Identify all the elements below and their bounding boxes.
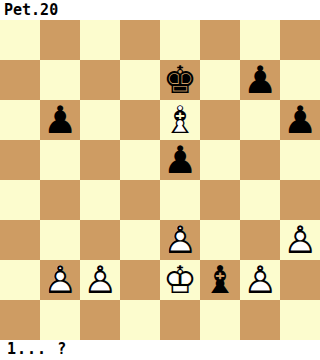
- square-e6[interactable]: ♝♗: [160, 100, 200, 140]
- square-c4[interactable]: [80, 180, 120, 220]
- square-b1[interactable]: [40, 300, 80, 340]
- square-f2[interactable]: ♝: [200, 260, 240, 300]
- black-pawn-h6[interactable]: ♟: [280, 100, 320, 140]
- square-h3[interactable]: ♟♙: [280, 220, 320, 260]
- piece-glyph: ♟: [280, 100, 320, 140]
- square-a4[interactable]: [0, 180, 40, 220]
- piece-glyph: ♝: [200, 260, 240, 300]
- square-f8[interactable]: [200, 20, 240, 60]
- square-g6[interactable]: [240, 100, 280, 140]
- black-bishop-f2[interactable]: ♝: [200, 260, 240, 300]
- square-g3[interactable]: [240, 220, 280, 260]
- square-c8[interactable]: [80, 20, 120, 60]
- square-d2[interactable]: [120, 260, 160, 300]
- black-pawn-e5[interactable]: ♟: [160, 140, 200, 180]
- chess-board: ♚♟♟♝♗♟♟♟♙♟♙♟♙♟♙♚♔♝♟♙: [0, 20, 320, 340]
- square-c2[interactable]: ♟♙: [80, 260, 120, 300]
- piece-outline-layer: ♙: [80, 260, 120, 300]
- square-a3[interactable]: [0, 220, 40, 260]
- chess-diagram: Pet.20 ♚♟♟♝♗♟♟♟♙♟♙♟♙♟♙♚♔♝♟♙ 1... ?: [0, 0, 320, 360]
- square-a8[interactable]: [0, 20, 40, 60]
- square-b8[interactable]: [40, 20, 80, 60]
- square-e1[interactable]: [160, 300, 200, 340]
- square-a7[interactable]: [0, 60, 40, 100]
- piece-outline-layer: ♙: [240, 260, 280, 300]
- black-pawn-g7[interactable]: ♟: [240, 60, 280, 100]
- square-h6[interactable]: ♟: [280, 100, 320, 140]
- square-a2[interactable]: [0, 260, 40, 300]
- square-e2[interactable]: ♚♔: [160, 260, 200, 300]
- square-e3[interactable]: ♟♙: [160, 220, 200, 260]
- square-d3[interactable]: [120, 220, 160, 260]
- square-h8[interactable]: [280, 20, 320, 60]
- square-f1[interactable]: [200, 300, 240, 340]
- square-e8[interactable]: [160, 20, 200, 60]
- square-g7[interactable]: ♟: [240, 60, 280, 100]
- square-c5[interactable]: [80, 140, 120, 180]
- black-king-e7[interactable]: ♚: [160, 60, 200, 100]
- square-g4[interactable]: [240, 180, 280, 220]
- square-h4[interactable]: [280, 180, 320, 220]
- square-h2[interactable]: [280, 260, 320, 300]
- square-b3[interactable]: [40, 220, 80, 260]
- square-e4[interactable]: [160, 180, 200, 220]
- square-d6[interactable]: [120, 100, 160, 140]
- black-pawn-b6[interactable]: ♟: [40, 100, 80, 140]
- square-f3[interactable]: [200, 220, 240, 260]
- square-d4[interactable]: [120, 180, 160, 220]
- square-e5[interactable]: ♟: [160, 140, 200, 180]
- square-h5[interactable]: [280, 140, 320, 180]
- square-c7[interactable]: [80, 60, 120, 100]
- piece-outline-layer: ♗: [160, 100, 200, 140]
- piece-glyph: ♚: [160, 60, 200, 100]
- square-g5[interactable]: [240, 140, 280, 180]
- piece-glyph: ♟: [40, 100, 80, 140]
- square-h7[interactable]: [280, 60, 320, 100]
- white-pawn-e3[interactable]: ♟♙: [160, 220, 200, 260]
- piece-outline-layer: ♙: [280, 220, 320, 260]
- square-f7[interactable]: [200, 60, 240, 100]
- square-b2[interactable]: ♟♙: [40, 260, 80, 300]
- square-b7[interactable]: [40, 60, 80, 100]
- white-pawn-h3[interactable]: ♟♙: [280, 220, 320, 260]
- square-f4[interactable]: [200, 180, 240, 220]
- square-c6[interactable]: [80, 100, 120, 140]
- square-d1[interactable]: [120, 300, 160, 340]
- square-b4[interactable]: [40, 180, 80, 220]
- square-f5[interactable]: [200, 140, 240, 180]
- square-g1[interactable]: [240, 300, 280, 340]
- move-prompt: 1... ?: [0, 340, 320, 360]
- square-a6[interactable]: [0, 100, 40, 140]
- square-g8[interactable]: [240, 20, 280, 60]
- square-a1[interactable]: [0, 300, 40, 340]
- square-d5[interactable]: [120, 140, 160, 180]
- square-e7[interactable]: ♚: [160, 60, 200, 100]
- square-c3[interactable]: [80, 220, 120, 260]
- square-b6[interactable]: ♟: [40, 100, 80, 140]
- white-pawn-g2[interactable]: ♟♙: [240, 260, 280, 300]
- square-c1[interactable]: [80, 300, 120, 340]
- square-a5[interactable]: [0, 140, 40, 180]
- square-f6[interactable]: [200, 100, 240, 140]
- white-king-e2[interactable]: ♚♔: [160, 260, 200, 300]
- piece-outline-layer: ♔: [160, 260, 200, 300]
- square-b5[interactable]: [40, 140, 80, 180]
- white-bishop-e6[interactable]: ♝♗: [160, 100, 200, 140]
- square-h1[interactable]: [280, 300, 320, 340]
- puzzle-title: Pet.20: [0, 0, 320, 20]
- square-d8[interactable]: [120, 20, 160, 60]
- white-pawn-b2[interactable]: ♟♙: [40, 260, 80, 300]
- white-pawn-c2[interactable]: ♟♙: [80, 260, 120, 300]
- square-d7[interactable]: [120, 60, 160, 100]
- square-g2[interactable]: ♟♙: [240, 260, 280, 300]
- piece-outline-layer: ♙: [160, 220, 200, 260]
- piece-outline-layer: ♙: [40, 260, 80, 300]
- piece-glyph: ♟: [160, 140, 200, 180]
- piece-glyph: ♟: [240, 60, 280, 100]
